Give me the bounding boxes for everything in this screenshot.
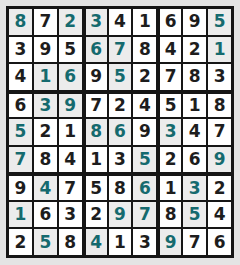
sudoku-cell-r2c2[interactable]: 9 xyxy=(34,37,57,63)
sudoku-cell-r9c2[interactable]: 5 xyxy=(34,229,57,255)
sudoku-cell-r4c3[interactable]: 9 xyxy=(59,92,82,118)
sudoku-cell-r4c2[interactable]: 3 xyxy=(34,92,57,118)
sudoku-cell-r8c7[interactable]: 8 xyxy=(158,202,181,228)
sudoku-cell-r8c2[interactable]: 6 xyxy=(34,202,57,228)
sudoku-cell-r6c8[interactable]: 6 xyxy=(183,147,206,173)
sudoku-cell-r4c7[interactable]: 5 xyxy=(158,92,181,118)
sudoku-cell-r1c1[interactable]: 8 xyxy=(9,9,32,35)
sudoku-cell-r5c5[interactable]: 6 xyxy=(109,119,132,145)
sudoku-cell-r1c8[interactable]: 9 xyxy=(183,9,206,35)
sudoku-cell-r4c5[interactable]: 2 xyxy=(109,92,132,118)
sudoku-cell-r4c1[interactable]: 6 xyxy=(9,92,32,118)
sudoku-cell-r6c4[interactable]: 1 xyxy=(84,147,107,173)
sudoku-cell-r7c5[interactable]: 8 xyxy=(109,174,132,200)
sudoku-cell-r5c3[interactable]: 1 xyxy=(59,119,82,145)
sudoku-cell-r6c3[interactable]: 4 xyxy=(59,147,82,173)
sudoku-cell-r3c2[interactable]: 1 xyxy=(34,64,57,90)
sudoku-cell-r6c5[interactable]: 3 xyxy=(109,147,132,173)
sudoku-cell-r4c8[interactable]: 1 xyxy=(183,92,206,118)
sudoku-cell-r2c6[interactable]: 8 xyxy=(133,37,156,63)
sudoku-cell-r1c4[interactable]: 3 xyxy=(84,9,107,35)
sudoku-cell-r8c1[interactable]: 1 xyxy=(9,202,32,228)
sudoku-cell-r8c9[interactable]: 4 xyxy=(208,202,231,228)
sudoku-cell-r5c9[interactable]: 7 xyxy=(208,119,231,145)
sudoku-cell-r3c6[interactable]: 2 xyxy=(133,64,156,90)
sudoku-cell-r7c1[interactable]: 9 xyxy=(9,174,32,200)
sudoku-cell-r7c7[interactable]: 1 xyxy=(158,174,181,200)
sudoku-cell-r9c1[interactable]: 2 xyxy=(9,229,32,255)
sudoku-cell-r2c1[interactable]: 3 xyxy=(9,37,32,63)
sudoku-cell-r3c8[interactable]: 8 xyxy=(183,64,206,90)
sudoku-cell-r4c9[interactable]: 8 xyxy=(208,92,231,118)
sudoku-cell-r6c1[interactable]: 7 xyxy=(9,147,32,173)
sudoku-cell-r2c8[interactable]: 2 xyxy=(183,37,206,63)
sudoku-board: 8723416953956784214169527836397245185218… xyxy=(6,6,234,258)
sudoku-cell-r7c8[interactable]: 3 xyxy=(183,174,206,200)
sudoku-cell-r1c6[interactable]: 1 xyxy=(133,9,156,35)
sudoku-cell-r7c4[interactable]: 5 xyxy=(84,174,107,200)
sudoku-cell-r8c8[interactable]: 5 xyxy=(183,202,206,228)
sudoku-cell-r8c6[interactable]: 7 xyxy=(133,202,156,228)
sudoku-cell-r8c3[interactable]: 3 xyxy=(59,202,82,228)
sudoku-cell-r5c1[interactable]: 5 xyxy=(9,119,32,145)
sudoku-cell-r9c9[interactable]: 6 xyxy=(208,229,231,255)
sudoku-cell-r9c6[interactable]: 3 xyxy=(133,229,156,255)
sudoku-cell-r9c8[interactable]: 7 xyxy=(183,229,206,255)
sudoku-cell-r1c9[interactable]: 5 xyxy=(208,9,231,35)
sudoku-cell-r3c1[interactable]: 4 xyxy=(9,64,32,90)
sudoku-cell-r2c5[interactable]: 7 xyxy=(109,37,132,63)
sudoku-cell-r6c2[interactable]: 8 xyxy=(34,147,57,173)
sudoku-cell-r4c4[interactable]: 7 xyxy=(84,92,107,118)
sudoku-cell-r3c7[interactable]: 7 xyxy=(158,64,181,90)
sudoku-cell-r2c3[interactable]: 5 xyxy=(59,37,82,63)
sudoku-cell-r5c2[interactable]: 2 xyxy=(34,119,57,145)
sudoku-cell-r3c5[interactable]: 5 xyxy=(109,64,132,90)
sudoku-cell-r6c6[interactable]: 5 xyxy=(133,147,156,173)
sudoku-cell-r7c3[interactable]: 7 xyxy=(59,174,82,200)
sudoku-cell-r6c7[interactable]: 2 xyxy=(158,147,181,173)
sudoku-cell-r1c3[interactable]: 2 xyxy=(59,9,82,35)
sudoku-cell-r9c4[interactable]: 4 xyxy=(84,229,107,255)
sudoku-cell-r6c9[interactable]: 9 xyxy=(208,147,231,173)
sudoku-cell-r3c9[interactable]: 3 xyxy=(208,64,231,90)
sudoku-cell-r9c5[interactable]: 1 xyxy=(109,229,132,255)
sudoku-cell-r3c3[interactable]: 6 xyxy=(59,64,82,90)
sudoku-cell-r7c9[interactable]: 2 xyxy=(208,174,231,200)
sudoku-cell-r5c6[interactable]: 9 xyxy=(133,119,156,145)
sudoku-cell-r5c7[interactable]: 3 xyxy=(158,119,181,145)
sudoku-cell-r7c6[interactable]: 6 xyxy=(133,174,156,200)
sudoku-cell-r1c2[interactable]: 7 xyxy=(34,9,57,35)
sudoku-cell-r9c7[interactable]: 9 xyxy=(158,229,181,255)
sudoku-cell-r4c6[interactable]: 4 xyxy=(133,92,156,118)
sudoku-cell-r1c7[interactable]: 6 xyxy=(158,9,181,35)
sudoku-cell-r9c3[interactable]: 8 xyxy=(59,229,82,255)
sudoku-cell-r2c7[interactable]: 4 xyxy=(158,37,181,63)
sudoku-cell-r2c4[interactable]: 6 xyxy=(84,37,107,63)
sudoku-cell-r5c8[interactable]: 4 xyxy=(183,119,206,145)
sudoku-cell-r3c4[interactable]: 9 xyxy=(84,64,107,90)
sudoku-app: 8723416953956784214169527836397245185218… xyxy=(0,0,240,265)
sudoku-cell-r8c5[interactable]: 9 xyxy=(109,202,132,228)
sudoku-cell-r5c4[interactable]: 8 xyxy=(84,119,107,145)
sudoku-cell-r2c9[interactable]: 1 xyxy=(208,37,231,63)
sudoku-cell-r8c4[interactable]: 2 xyxy=(84,202,107,228)
sudoku-cell-r1c5[interactable]: 4 xyxy=(109,9,132,35)
sudoku-cell-r7c2[interactable]: 4 xyxy=(34,174,57,200)
